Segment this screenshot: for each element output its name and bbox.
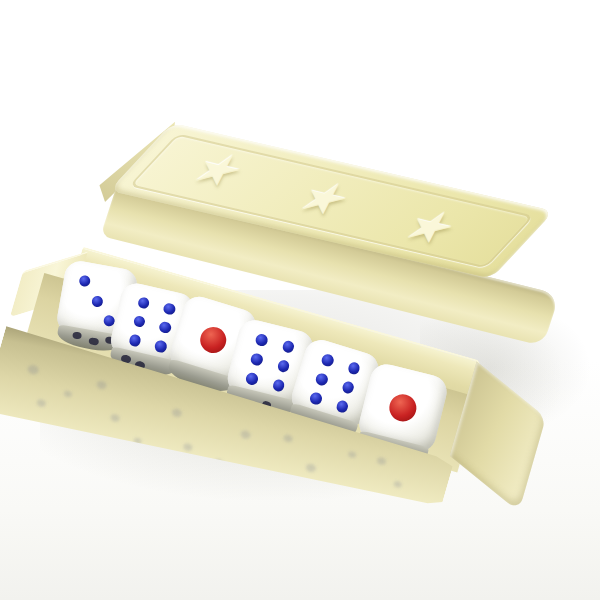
side-pip [72, 331, 83, 340]
translucent-pip-shadow [283, 434, 294, 443]
translucent-pip-shadow [110, 413, 121, 422]
translucent-pip-shadow [305, 463, 317, 473]
translucent-pip-shadow [36, 398, 47, 407]
pip-blue [272, 378, 286, 392]
translucent-pip-shadow [63, 390, 72, 398]
pip-blue [315, 372, 330, 387]
translucent-pip-shadow [27, 364, 40, 375]
translucent-pip-shadow [96, 380, 108, 390]
dice-box-photo: ★ ★ ★ [0, 0, 600, 600]
pip-blue [320, 353, 335, 368]
pip-blue [281, 340, 295, 354]
pip-blue [245, 371, 259, 385]
pip-blue [78, 275, 91, 288]
pip-blue [255, 333, 269, 347]
translucent-pip-shadow [347, 451, 356, 459]
pip-blue [276, 359, 290, 373]
pip-red [386, 391, 419, 424]
pip-blue [335, 399, 350, 414]
pip-blue [128, 334, 142, 348]
pip-blue [250, 352, 264, 366]
pip-blue [137, 296, 151, 310]
translucent-pip-shadow [376, 456, 387, 465]
pip-blue [154, 340, 168, 354]
translucent-pip-shadow [171, 408, 183, 418]
translucent-pip-shadow [393, 480, 402, 488]
pip-blue [163, 302, 177, 316]
pip-blue [347, 361, 362, 376]
pip-blue [91, 295, 104, 308]
translucent-pip-shadow [240, 429, 252, 439]
translucent-pip-shadow [183, 443, 194, 452]
pip-blue [309, 391, 324, 406]
pip-blue [341, 380, 356, 395]
pip-blue [158, 321, 172, 335]
pip-blue [132, 315, 146, 329]
pip-red [197, 323, 230, 356]
side-pip [88, 337, 99, 346]
